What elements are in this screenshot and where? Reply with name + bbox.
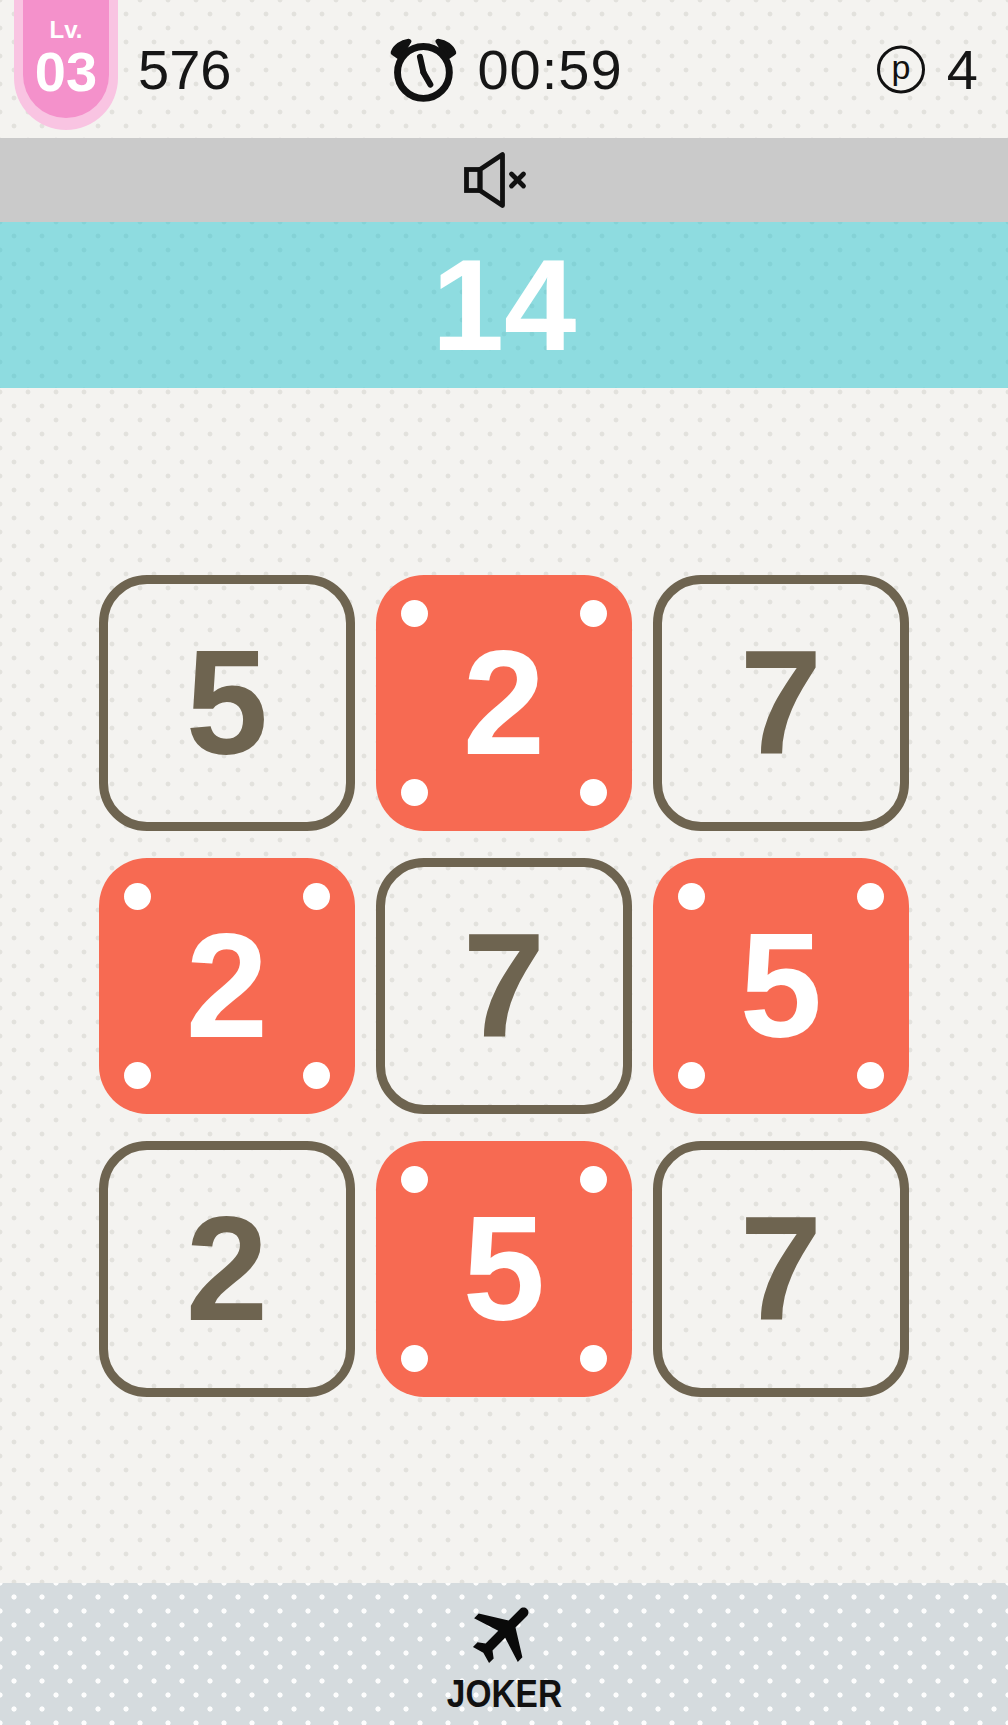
score-value: 576 <box>138 37 231 102</box>
points-group: p 4 <box>877 37 978 102</box>
tile-number: 2 <box>463 629 545 777</box>
tile-r0c2[interactable]: 7 <box>653 575 909 831</box>
joker-label: JOKER <box>446 1673 561 1716</box>
corner-dot <box>580 1345 607 1372</box>
timer-value: 00:59 <box>477 37 622 102</box>
tile-number: 7 <box>463 912 545 1060</box>
tile-r0c1[interactable]: 2 <box>376 575 632 831</box>
speaker-muted-icon[interactable] <box>462 149 546 211</box>
level-label: Lv. <box>50 18 83 42</box>
tile-number: 7 <box>740 629 822 777</box>
airplane-icon <box>465 1593 543 1671</box>
tile-r0c0[interactable]: 5 <box>99 575 355 831</box>
corner-dot <box>857 883 884 910</box>
tile-r1c0[interactable]: 2 <box>99 858 355 1114</box>
target-number: 14 <box>432 240 577 370</box>
alarm-clock-icon <box>385 31 461 107</box>
corner-dot <box>857 1062 884 1089</box>
level-badge-inner: Lv. 03 <box>23 0 109 118</box>
tile-number: 7 <box>740 1195 822 1343</box>
tile-r2c2[interactable]: 7 <box>653 1141 909 1397</box>
corner-dot <box>124 883 151 910</box>
corner-dot <box>401 779 428 806</box>
tile-number: 2 <box>186 1195 268 1343</box>
target-banner: 14 <box>0 222 1008 388</box>
joker-button[interactable]: JOKER <box>0 1583 1008 1725</box>
corner-dot <box>124 1062 151 1089</box>
timer-group: 00:59 <box>385 31 622 107</box>
corner-dot <box>303 1062 330 1089</box>
points-symbol: p <box>891 49 910 83</box>
tile-r1c1[interactable]: 7 <box>376 858 632 1114</box>
tile-number: 5 <box>740 912 822 1060</box>
tile-number: 5 <box>186 629 268 777</box>
corner-dot <box>580 600 607 627</box>
game-screen: Lv. 03 576 00:59 p 4 <box>0 0 1008 1725</box>
header: Lv. 03 576 00:59 p 4 <box>0 0 1008 138</box>
tile-r2c0[interactable]: 2 <box>99 1141 355 1397</box>
tile-board: 5 2 7 2 7 5 2 5 7 <box>99 575 909 1397</box>
corner-dot <box>580 1166 607 1193</box>
points-icon: p <box>877 45 925 93</box>
corner-dot <box>678 1062 705 1089</box>
corner-dot <box>401 600 428 627</box>
mute-bar[interactable] <box>0 138 1008 222</box>
points-value: 4 <box>947 37 978 102</box>
tile-number: 5 <box>463 1195 545 1343</box>
tile-r1c2[interactable]: 5 <box>653 858 909 1114</box>
tile-r2c1[interactable]: 5 <box>376 1141 632 1397</box>
corner-dot <box>678 883 705 910</box>
tile-number: 2 <box>186 912 268 1060</box>
level-value: 03 <box>35 44 97 100</box>
corner-dot <box>303 883 330 910</box>
corner-dot <box>401 1345 428 1372</box>
corner-dot <box>580 779 607 806</box>
level-badge: Lv. 03 <box>14 0 118 130</box>
corner-dot <box>401 1166 428 1193</box>
